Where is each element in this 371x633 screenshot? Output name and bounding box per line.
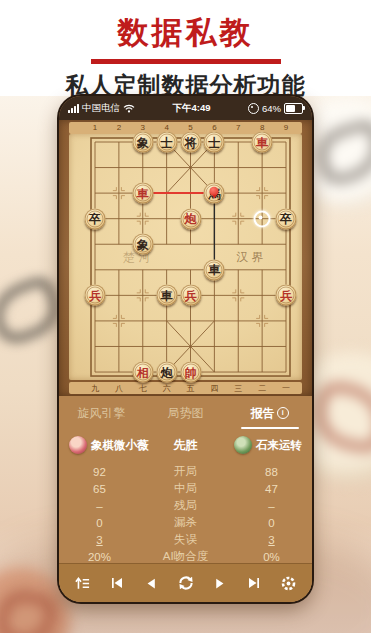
piece-black-将[interactable]: 将 — [180, 132, 201, 153]
coord-label: 三 — [234, 383, 242, 394]
game-result: 先胜 — [161, 437, 210, 454]
signal-bars-icon — [68, 104, 79, 113]
tab-engine[interactable]: 旋风引擎 — [59, 405, 143, 427]
piece-black-象[interactable]: 象 — [132, 234, 153, 255]
status-bar: 中国电信 下午4:49 64% — [59, 96, 312, 120]
players-row: 象棋微小薇 先胜 石来运转 — [59, 431, 312, 459]
avatar-right — [234, 436, 252, 454]
battery-icon — [284, 103, 303, 114]
piece-red-炮[interactable]: 炮 — [180, 208, 201, 229]
board-grid: 楚 河汉 界 — [69, 134, 302, 380]
refresh-button[interactable] — [175, 572, 197, 594]
coord-label: 七 — [139, 383, 147, 394]
file-numbers-bottom: 九八七六五四三二一 — [69, 382, 302, 394]
tab-bar: 旋风引擎 局势图 报告 — [59, 405, 312, 427]
tab-report[interactable]: 报告 — [228, 405, 312, 427]
first-move-button[interactable] — [106, 572, 128, 594]
coord-label: 7 — [236, 123, 240, 132]
coord-label: 1 — [93, 123, 97, 132]
wifi-icon — [123, 104, 135, 113]
stats-row-middlegame: 65中局47 — [59, 480, 312, 497]
avatar-left — [69, 436, 87, 454]
piece-black-象[interactable]: 象 — [132, 132, 153, 153]
player-right-name: 石来运转 — [256, 438, 302, 453]
move-list-button[interactable] — [71, 572, 93, 594]
piece-black-士[interactable]: 士 — [204, 132, 225, 153]
coord-label: 二 — [258, 383, 266, 394]
xiangqi-board[interactable]: 楚 河汉 界 象士将士車車馬卒炮卒象車兵車兵兵相炮帥 — [69, 134, 302, 380]
player-left-name: 象棋微小薇 — [91, 438, 149, 453]
stats-row-missed-mates: 0漏杀0 — [59, 514, 312, 531]
last-move-pin-marker — [210, 187, 219, 196]
piece-red-帥[interactable]: 帥 — [180, 362, 201, 383]
piece-black-卒[interactable]: 卒 — [85, 208, 106, 229]
player-right: 石来运转 — [210, 436, 302, 454]
page-title: 数据私教 — [0, 12, 371, 54]
piece-red-車[interactable]: 車 — [132, 183, 153, 204]
piece-red-兵[interactable]: 兵 — [276, 285, 297, 306]
blunders-right-link[interactable]: 3 — [231, 534, 312, 546]
coord-label: 一 — [282, 383, 290, 394]
coord-label: 9 — [284, 123, 288, 132]
coord-label: 六 — [163, 383, 171, 394]
piece-black-炮[interactable]: 炮 — [156, 362, 177, 383]
blurred-strokes-left — [0, 272, 65, 342]
player-left: 象棋微小薇 — [69, 436, 161, 454]
analysis-panel: 旋风引擎 局势图 报告 象棋微小薇 先胜 石来运转 92开局88 65中 — [59, 396, 312, 602]
piece-black-士[interactable]: 士 — [156, 132, 177, 153]
stats-row-opening: 92开局88 — [59, 463, 312, 480]
move-target-dot — [254, 210, 271, 227]
stats-table: 92开局88 65中局47 –残局– 0漏杀0 3失误3 20%AI吻合度0% — [59, 463, 312, 565]
next-move-button[interactable] — [209, 572, 231, 594]
stats-row-blunders: 3失误3 — [59, 531, 312, 548]
carrier-label: 中国电信 — [82, 102, 120, 115]
prev-move-button[interactable] — [140, 572, 162, 594]
active-tab-underline — [241, 427, 299, 429]
piece-red-車[interactable]: 車 — [252, 132, 273, 153]
title-underline-bar — [91, 59, 281, 64]
orientation-lock-icon — [248, 103, 259, 114]
piece-black-卒[interactable]: 卒 — [276, 208, 297, 229]
app-screenshot: 中国电信 下午4:49 64% 123456789 楚 河汉 界 象士将士車車馬… — [59, 96, 312, 602]
clock: 下午4:49 — [135, 102, 248, 115]
battery-percent: 64% — [262, 103, 281, 114]
info-icon[interactable] — [277, 407, 289, 419]
coord-label: 四 — [210, 383, 218, 394]
stats-row-endgame: –残局– — [59, 497, 312, 514]
settings-button[interactable] — [278, 572, 300, 594]
coord-label: 八 — [115, 383, 123, 394]
board-frame: 123456789 楚 河汉 界 象士将士車車馬卒炮卒象車兵車兵兵相炮帥 九八七… — [59, 120, 312, 396]
tab-situation-chart[interactable]: 局势图 — [143, 405, 227, 427]
piece-red-相[interactable]: 相 — [132, 362, 153, 383]
coord-label: 五 — [187, 383, 195, 394]
playback-toolbar — [59, 563, 312, 602]
blunders-left-link[interactable]: 3 — [59, 534, 140, 546]
last-move-button[interactable] — [243, 572, 265, 594]
hero-header: 数据私教 私人定制数据分析功能 — [0, 0, 371, 96]
coord-label: 2 — [117, 123, 121, 132]
piece-black-車[interactable]: 車 — [156, 285, 177, 306]
piece-black-車[interactable]: 車 — [204, 259, 225, 280]
piece-red-兵[interactable]: 兵 — [85, 285, 106, 306]
piece-red-兵[interactable]: 兵 — [180, 285, 201, 306]
river-label: 汉 界 — [236, 250, 263, 264]
coord-label: 九 — [91, 383, 99, 394]
